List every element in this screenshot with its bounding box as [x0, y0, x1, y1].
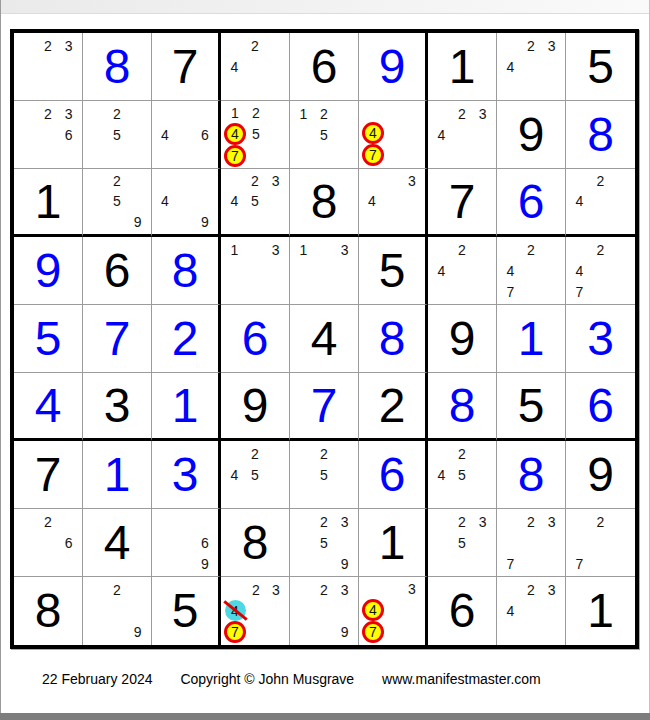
pencil-mark: 2 — [245, 171, 265, 191]
pencil-mark: 9 — [335, 554, 355, 574]
sudoku-cell-r5c5[interactable]: 4 — [290, 305, 359, 373]
pencil-mark: 2 — [314, 104, 334, 124]
cell-value-given: 5 — [379, 247, 406, 295]
pencil-marks: 2347 — [224, 579, 286, 643]
window-bottom-bar — [0, 713, 650, 720]
cell-value-given: 9 — [587, 451, 614, 499]
pencil-mark: 9 — [195, 212, 215, 232]
pencil-mark: 3 — [473, 512, 493, 532]
sudoku-cell-r6c1[interactable]: 4 — [14, 373, 83, 441]
pencil-mark: 5 — [246, 124, 266, 144]
pencil-marks: 25 — [86, 103, 148, 166]
pencil-mark: 3 — [402, 579, 422, 599]
sudoku-cell-r5c1[interactable]: 5 — [14, 305, 83, 373]
sudoku-cell-r8c1[interactable]: 26 — [14, 509, 83, 577]
cell-value-solved: 1 — [518, 315, 545, 363]
sudoku-cell-r8c9[interactable]: 27 — [566, 509, 635, 577]
pencil-mark: 2 — [521, 512, 541, 532]
sudoku-cell-r9c3[interactable]: 5 — [152, 577, 221, 645]
sudoku-cell-r4c3[interactable]: 8 — [152, 237, 221, 305]
cell-value-given: 6 — [311, 43, 338, 91]
cell-value-solved: 4 — [35, 382, 62, 430]
sudoku-cell-r1c8[interactable]: 234 — [497, 33, 566, 101]
pencil-mark-highlighted: 7 — [362, 144, 384, 166]
sudoku-cell-r1c3[interactable]: 7 — [152, 33, 221, 101]
sudoku-cell-r1c1[interactable]: 23 — [14, 33, 83, 101]
cell-value-solved: 9 — [35, 247, 62, 295]
pencil-mark: 3 — [59, 104, 79, 124]
sudoku-cell-r6c4[interactable]: 9 — [221, 373, 290, 441]
pencil-mark: 4 — [224, 191, 244, 211]
sudoku-cell-r2c3[interactable]: 46 — [152, 101, 221, 169]
sudoku-cell-r9c8[interactable]: 234 — [497, 577, 566, 645]
sudoku-cell-r3c7[interactable]: 7 — [428, 169, 497, 237]
sudoku-cell-r1c9[interactable]: 5 — [566, 33, 635, 101]
pencil-mark: 2 — [107, 104, 127, 124]
sudoku-cell-r3c8[interactable]: 6 — [497, 169, 566, 237]
sudoku-cell-r7c7[interactable]: 245 — [428, 441, 497, 509]
pencil-mark: 4 — [570, 261, 590, 281]
pencil-marks: 24 — [569, 171, 632, 232]
cell-value-given: 2 — [379, 382, 406, 430]
sudoku-cell-r4c6[interactable]: 5 — [359, 237, 428, 305]
sudoku-cell-r4c2[interactable]: 6 — [83, 237, 152, 305]
cell-value-solved: 2 — [172, 315, 199, 363]
pencil-mark: 4 — [362, 191, 382, 211]
pencil-marks: 247 — [569, 239, 632, 302]
sudoku-cell-r7c9[interactable]: 9 — [566, 441, 635, 509]
sudoku-cell-r6c7[interactable]: 8 — [428, 373, 497, 441]
sudoku-cell-r2c7[interactable]: 234 — [428, 101, 497, 169]
sudoku-board: 2387246912345236254612457125472349812594… — [10, 29, 639, 649]
sudoku-cell-r6c3[interactable]: 1 — [152, 373, 221, 441]
pencil-mark: 1 — [293, 240, 313, 260]
sudoku-cell-r2c9[interactable]: 8 — [566, 101, 635, 169]
cell-value-given: 9 — [518, 111, 545, 159]
cell-value-solved: 8 — [518, 451, 545, 499]
sudoku-cell-r9c7[interactable]: 6 — [428, 577, 497, 645]
sudoku-cell-r9c9[interactable]: 1 — [566, 577, 635, 645]
cell-value-solved: 8 — [379, 315, 406, 363]
pencil-mark: 5 — [107, 191, 127, 211]
sudoku-cell-r9c4[interactable]: 2347 — [221, 577, 290, 645]
pencil-marks: 23 — [17, 35, 79, 98]
cell-value-solved: 7 — [104, 315, 131, 363]
footer-website: www.manifestmaster.com — [382, 671, 541, 687]
sudoku-cell-r6c6[interactable]: 2 — [359, 373, 428, 441]
sudoku-cell-r7c3[interactable]: 3 — [152, 441, 221, 509]
pencil-mark: 2 — [452, 512, 472, 532]
pencil-mark: 1 — [225, 103, 245, 123]
pencil-mark: 5 — [314, 125, 334, 145]
pencil-marks: 47 — [362, 103, 422, 166]
cell-value-solved: 6 — [587, 382, 614, 430]
sudoku-cell-r6c9[interactable]: 6 — [566, 373, 635, 441]
pencil-mark: 5 — [314, 533, 334, 553]
sudoku-cell-r1c7[interactable]: 1 — [428, 33, 497, 101]
pencil-marks: 24 — [224, 35, 286, 98]
cell-value-given: 6 — [449, 587, 476, 635]
pencil-mark: 4 — [155, 125, 175, 145]
cell-value-solved: 6 — [379, 451, 406, 499]
footer: 22 February 2024 Copyright © John Musgra… — [42, 671, 565, 687]
sudoku-cell-r9c1[interactable]: 8 — [14, 577, 83, 645]
sudoku-cell-r8c5[interactable]: 2359 — [290, 509, 359, 577]
pencil-marks: 24 — [431, 239, 493, 302]
sudoku-cell-r2c2[interactable]: 25 — [83, 101, 152, 169]
pencil-mark: 7 — [570, 282, 590, 302]
pencil-mark-highlighted: 4 — [362, 122, 384, 144]
footer-date: 22 February 2024 — [42, 671, 153, 687]
pencil-marks: 12457 — [224, 103, 286, 166]
pencil-mark: 2 — [38, 104, 58, 124]
pencil-mark: 9 — [128, 212, 148, 232]
pencil-marks: 49 — [155, 171, 215, 232]
pencil-mark: 5 — [107, 125, 127, 145]
cell-value-solved: 6 — [518, 178, 545, 226]
pencil-mark: 4 — [500, 57, 520, 77]
cell-value-given: 9 — [242, 382, 269, 430]
sudoku-cell-r7c8[interactable]: 8 — [497, 441, 566, 509]
pencil-mark: 4 — [431, 125, 451, 145]
pencil-mark: 3 — [335, 240, 355, 260]
pencil-mark: 9 — [128, 622, 148, 642]
sudoku-cell-r8c3[interactable]: 69 — [152, 509, 221, 577]
pencil-mark: 2 — [591, 240, 611, 260]
pencil-mark: 1 — [224, 240, 244, 260]
sudoku-cell-r2c8[interactable]: 9 — [497, 101, 566, 169]
pencil-marks: 247 — [500, 239, 562, 302]
pencil-mark: 7 — [570, 554, 590, 574]
sudoku-cell-r7c6[interactable]: 6 — [359, 441, 428, 509]
pencil-mark: 5 — [314, 465, 334, 485]
pencil-mark: 5 — [452, 533, 472, 553]
sudoku-cell-r8c4[interactable]: 8 — [221, 509, 290, 577]
pencil-mark: 3 — [542, 36, 562, 56]
pencil-marks: 25 — [293, 443, 355, 506]
sudoku-cell-r2c1[interactable]: 236 — [14, 101, 83, 169]
pencil-mark: 4 — [224, 57, 244, 77]
pencil-marks: 69 — [155, 511, 215, 574]
cell-value-given: 8 — [311, 178, 338, 226]
pencil-mark: 4 — [500, 261, 520, 281]
cell-value-given: 7 — [35, 451, 62, 499]
pencil-mark: 4 — [155, 191, 175, 211]
cell-value-given: 6 — [104, 247, 131, 295]
pencil-mark: 3 — [542, 512, 562, 532]
sudoku-cell-r6c5[interactable]: 7 — [290, 373, 359, 441]
pencil-mark: 2 — [107, 171, 127, 191]
cell-value-solved: 1 — [104, 451, 131, 499]
pencil-mark: 6 — [195, 125, 215, 145]
cell-value-solved: 7 — [311, 382, 338, 430]
sudoku-cell-r9c2[interactable]: 29 — [83, 577, 152, 645]
pencil-mark: 2 — [452, 444, 472, 464]
cell-value-given: 8 — [35, 587, 62, 635]
sudoku-cell-r7c5[interactable]: 25 — [290, 441, 359, 509]
pencil-marks: 13 — [293, 239, 355, 302]
sudoku-cell-r2c6[interactable]: 47 — [359, 101, 428, 169]
pencil-marks: 2345 — [224, 171, 286, 232]
sudoku-cell-r5c6[interactable]: 8 — [359, 305, 428, 373]
pencil-mark: 2 — [38, 512, 58, 532]
pencil-mark: 4 — [500, 601, 520, 621]
pencil-mark-highlighted: 7 — [224, 621, 246, 643]
sudoku-cell-r2c4[interactable]: 12457 — [221, 101, 290, 169]
pencil-mark: 3 — [335, 512, 355, 532]
sudoku-cell-r1c4[interactable]: 24 — [221, 33, 290, 101]
cell-value-solved: 5 — [35, 315, 62, 363]
pencil-marks: 234 — [500, 35, 562, 98]
pencil-mark: 3 — [335, 580, 355, 600]
cell-value-solved: 3 — [587, 315, 614, 363]
sudoku-cell-r3c5[interactable]: 8 — [290, 169, 359, 237]
cell-value-solved: 6 — [242, 315, 269, 363]
pencil-mark: 2 — [246, 103, 266, 123]
sudoku-cell-r4c7[interactable]: 24 — [428, 237, 497, 305]
pencil-mark-highlighted: 4 — [224, 123, 246, 145]
sudoku-cell-r5c8[interactable]: 1 — [497, 305, 566, 373]
cell-value-given: 5 — [172, 587, 199, 635]
sudoku-cell-r7c1[interactable]: 7 — [14, 441, 83, 509]
pencil-mark-highlighted: 7 — [362, 621, 384, 643]
pencil-mark: 2 — [591, 171, 611, 191]
pencil-marks: 245 — [431, 443, 493, 506]
pencil-mark: 2 — [452, 104, 472, 124]
sudoku-cell-r3c9[interactable]: 24 — [566, 169, 635, 237]
pencil-marks: 46 — [155, 103, 215, 166]
pencil-marks: 236 — [17, 103, 79, 166]
cell-value-given: 8 — [242, 519, 269, 567]
pencil-mark: 6 — [195, 533, 215, 553]
cell-value-given: 1 — [449, 43, 476, 91]
pencil-mark: 2 — [452, 240, 472, 260]
pencil-mark: 2 — [38, 36, 58, 56]
cell-value-given: 1 — [379, 519, 406, 567]
pencil-mark: 4 — [570, 191, 590, 211]
pencil-mark: 2 — [314, 444, 334, 464]
sudoku-cell-r7c4[interactable]: 245 — [221, 441, 290, 509]
sudoku-cell-r9c5[interactable]: 239 — [290, 577, 359, 645]
cell-value-given: 5 — [518, 382, 545, 430]
sudoku-cell-r6c8[interactable]: 5 — [497, 373, 566, 441]
pencil-marks: 34 — [362, 171, 422, 232]
sudoku-cell-r5c3[interactable]: 2 — [152, 305, 221, 373]
pencil-mark: 3 — [266, 580, 286, 600]
pencil-marks: 259 — [86, 171, 148, 232]
cell-value-given: 4 — [311, 315, 338, 363]
sudoku-cell-r6c2[interactable]: 3 — [83, 373, 152, 441]
cell-value-given: 7 — [172, 43, 199, 91]
pencil-mark: 2 — [246, 580, 266, 600]
sudoku-cell-r7c2[interactable]: 1 — [83, 441, 152, 509]
sudoku-cell-r8c2[interactable]: 4 — [83, 509, 152, 577]
sudoku-cell-r3c1[interactable]: 1 — [14, 169, 83, 237]
sudoku-cell-r8c8[interactable]: 237 — [497, 509, 566, 577]
pencil-mark: 2 — [245, 36, 265, 56]
pencil-mark: 2 — [591, 512, 611, 532]
pencil-mark: 2 — [314, 580, 334, 600]
sudoku-cell-r5c2[interactable]: 7 — [83, 305, 152, 373]
pencil-mark: 7 — [500, 554, 520, 574]
pencil-mark: 6 — [59, 125, 79, 145]
sudoku-cell-r9c6[interactable]: 347 — [359, 577, 428, 645]
pencil-mark: 4 — [431, 261, 451, 281]
pencil-mark: 4 — [431, 465, 451, 485]
cell-value-given: 3 — [104, 382, 131, 430]
pencil-mark: 5 — [245, 465, 265, 485]
cell-value-solved: 8 — [587, 111, 614, 159]
sudoku-cell-r4c1[interactable]: 9 — [14, 237, 83, 305]
pencil-mark: 7 — [500, 282, 520, 302]
window-left-border — [0, 0, 1, 720]
cell-value-solved: 3 — [172, 451, 199, 499]
pencil-marks: 125 — [293, 103, 355, 166]
pencil-marks: 239 — [293, 579, 355, 643]
sudoku-cell-r1c6[interactable]: 9 — [359, 33, 428, 101]
sudoku-cell-r1c2[interactable]: 8 — [83, 33, 152, 101]
cell-value-given: 7 — [449, 178, 476, 226]
pencil-mark: 3 — [266, 171, 286, 191]
cell-value-solved: 9 — [379, 43, 406, 91]
sudoku-cell-r2c5[interactable]: 125 — [290, 101, 359, 169]
cell-value-given: 5 — [587, 43, 614, 91]
sudoku-cell-r4c8[interactable]: 247 — [497, 237, 566, 305]
pencil-mark: 3 — [542, 580, 562, 600]
pencil-mark: 2 — [521, 240, 541, 260]
pencil-mark: 9 — [195, 554, 215, 574]
footer-copyright: Copyright © John Musgrave — [180, 671, 354, 687]
sudoku-cell-r4c9[interactable]: 247 — [566, 237, 635, 305]
cell-value-solved: 8 — [449, 382, 476, 430]
pencil-mark: 2 — [245, 444, 265, 464]
pencil-mark-highlighted: 4 — [362, 599, 384, 621]
pencil-mark: 1 — [293, 104, 313, 124]
pencil-mark: 2 — [521, 36, 541, 56]
pencil-mark: 3 — [266, 240, 286, 260]
window-top-bar — [0, 0, 650, 14]
pencil-mark: 5 — [452, 465, 472, 485]
pencil-marks: 234 — [431, 103, 493, 166]
sudoku-cell-r3c3[interactable]: 49 — [152, 169, 221, 237]
sudoku-cell-r5c9[interactable]: 3 — [566, 305, 635, 373]
pencil-marks: 234 — [500, 579, 562, 643]
pencil-mark: 3 — [402, 171, 422, 191]
pencil-mark-highlighted: 7 — [224, 145, 246, 167]
cell-value-given: 4 — [104, 519, 131, 567]
pencil-mark: 2 — [521, 580, 541, 600]
pencil-marks: 27 — [569, 511, 632, 574]
pencil-marks: 2359 — [293, 511, 355, 574]
cell-value-given: 1 — [587, 587, 614, 635]
pencil-mark: 2 — [107, 580, 127, 600]
pencil-marks: 347 — [362, 579, 422, 643]
pencil-mark: 9 — [335, 622, 355, 642]
pencil-marks: 237 — [500, 511, 562, 574]
sudoku-cell-r8c7[interactable]: 235 — [428, 509, 497, 577]
sudoku-cell-r4c4[interactable]: 13 — [221, 237, 290, 305]
cell-value-given: 9 — [449, 315, 476, 363]
pencil-mark: 3 — [59, 36, 79, 56]
cell-value-solved: 1 — [172, 382, 199, 430]
pencil-mark: 3 — [473, 104, 493, 124]
sudoku-cell-r3c6[interactable]: 34 — [359, 169, 428, 237]
pencil-marks: 13 — [224, 239, 286, 302]
pencil-mark: 6 — [59, 533, 79, 553]
pencil-marks: 245 — [224, 443, 286, 506]
pencil-mark: 4 — [224, 465, 244, 485]
sudoku-cell-r1c5[interactable]: 6 — [290, 33, 359, 101]
sudoku-cell-r5c4[interactable]: 6 — [221, 305, 290, 373]
pencil-mark: 5 — [245, 191, 265, 211]
pencil-mark: 2 — [314, 512, 334, 532]
pencil-marks: 26 — [17, 511, 79, 574]
pencil-mark-highlighted: 4 — [225, 600, 246, 621]
cell-value-solved: 8 — [172, 247, 199, 295]
sudoku-cell-r8c6[interactable]: 1 — [359, 509, 428, 577]
sudoku-cell-r3c2[interactable]: 259 — [83, 169, 152, 237]
sudoku-cell-r4c5[interactable]: 13 — [290, 237, 359, 305]
sudoku-cell-r5c7[interactable]: 9 — [428, 305, 497, 373]
pencil-marks: 29 — [86, 579, 148, 643]
pencil-marks: 235 — [431, 511, 493, 574]
sudoku-cell-r3c4[interactable]: 2345 — [221, 169, 290, 237]
cell-value-solved: 8 — [104, 43, 131, 91]
cell-value-given: 1 — [35, 178, 62, 226]
